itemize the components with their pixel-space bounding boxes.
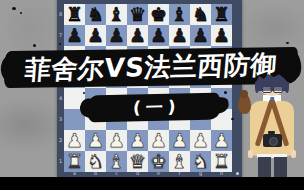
black-pawn[interactable]: ♟: [171, 25, 188, 46]
square-h2[interactable]: ♟: [211, 130, 232, 151]
white-pawn[interactable]: ♟: [150, 130, 167, 151]
black-pawn[interactable]: ♟: [192, 25, 209, 46]
square-a2[interactable]: ♟: [64, 130, 85, 151]
camera: [263, 134, 282, 147]
black-king[interactable]: ♚: [150, 4, 167, 25]
black-rook[interactable]: ♜: [213, 4, 230, 25]
square-c2[interactable]: ♟: [106, 130, 127, 151]
file-label-d: d: [127, 169, 148, 177]
black-pawn[interactable]: ♟: [87, 25, 104, 46]
black-bishop[interactable]: ♝: [171, 4, 188, 25]
square-h7[interactable]: ♟: [211, 25, 232, 46]
rank-label-1: 1: [57, 151, 64, 172]
square-c7[interactable]: ♟: [106, 25, 127, 46]
square-d7[interactable]: ♟: [127, 25, 148, 46]
file-label-h: h: [211, 169, 232, 177]
square-g2[interactable]: ♟: [190, 130, 211, 151]
bird-on-shoulder: [238, 94, 251, 114]
square-f8[interactable]: ♝: [169, 4, 190, 25]
black-bishop[interactable]: ♝: [108, 4, 125, 25]
square-e8[interactable]: ♚: [148, 4, 169, 25]
ink-speck: [33, 44, 36, 47]
mascot-leg: [258, 157, 271, 177]
file-label-g: g: [190, 169, 211, 177]
square-b2[interactable]: ♟: [85, 130, 106, 151]
ink-speck: [286, 42, 289, 44]
black-pawn[interactable]: ♟: [66, 25, 83, 46]
mascot-hand: [248, 150, 253, 158]
square-b8[interactable]: ♞: [85, 4, 106, 25]
square-e2[interactable]: ♟: [148, 130, 169, 151]
file-label-c: c: [106, 169, 127, 177]
file-labels: abcdefgh: [64, 169, 232, 177]
black-pawn[interactable]: ♟: [150, 25, 167, 46]
square-b7[interactable]: ♟: [85, 25, 106, 46]
white-pawn[interactable]: ♟: [171, 130, 188, 151]
subtitle-banner: (一): [88, 93, 221, 123]
square-g7[interactable]: ♟: [190, 25, 211, 46]
white-pawn[interactable]: ♟: [213, 130, 230, 151]
chess-board: ♜♞♝♛♚♝♞♜♟♟♟♟♟♟♟♟♟♟♟♟♟♟♟♟♜♞♝♛♚♝♞♜ 8765432…: [57, 0, 242, 177]
rank-label-8: 8: [57, 4, 64, 25]
square-c8[interactable]: ♝: [106, 4, 127, 25]
black-pawn[interactable]: ♟: [108, 25, 125, 46]
ink-speck: [20, 12, 22, 14]
file-label-f: f: [169, 169, 190, 177]
black-queen[interactable]: ♛: [129, 4, 146, 25]
chess-board-grid: ♜♞♝♛♚♝♞♜♟♟♟♟♟♟♟♟♟♟♟♟♟♟♟♟♜♞♝♛♚♝♞♜: [64, 4, 232, 172]
ink-speck: [231, 118, 234, 120]
black-pawn[interactable]: ♟: [129, 25, 146, 46]
rank-labels: 87654321: [57, 4, 64, 172]
file-label-a: a: [64, 169, 85, 177]
square-f7[interactable]: ♟: [169, 25, 190, 46]
black-knight[interactable]: ♞: [192, 4, 209, 25]
square-f2[interactable]: ♟: [169, 130, 190, 151]
mascot-hair-side: [285, 82, 289, 93]
black-rook[interactable]: ♜: [66, 4, 83, 25]
board-corner-dot: [236, 172, 239, 175]
square-d2[interactable]: ♟: [127, 130, 148, 151]
square-h8[interactable]: ♜: [211, 4, 232, 25]
glasses-bridge: [270, 88, 273, 89]
ink-speck: [83, 92, 85, 94]
white-pawn[interactable]: ♟: [129, 130, 146, 151]
video-thumbnail: ♜♞♝♛♚♝♞♜♟♟♟♟♟♟♟♟♟♟♟♟♟♟♟♟♜♞♝♛♚♝♞♜ 8765432…: [0, 0, 304, 190]
black-knight[interactable]: ♞: [87, 4, 104, 25]
black-pawn[interactable]: ♟: [213, 25, 230, 46]
ink-speck: [59, 43, 61, 45]
ink-speck: [12, 7, 16, 10]
square-g8[interactable]: ♞: [190, 4, 211, 25]
episode-number: (一): [127, 95, 181, 119]
rank-label-3: 3: [57, 109, 64, 130]
square-a7[interactable]: ♟: [64, 25, 85, 46]
white-pawn[interactable]: ♟: [108, 130, 125, 151]
white-pawn[interactable]: ♟: [192, 130, 209, 151]
square-e7[interactable]: ♟: [148, 25, 169, 46]
white-pawn[interactable]: ♟: [66, 130, 83, 151]
mascot-hair-side: [255, 82, 259, 93]
rank-label-4: 4: [57, 88, 64, 109]
square-a8[interactable]: ♜: [64, 4, 85, 25]
mascot-leg: [274, 157, 287, 177]
letterbox-bottom-bar: [0, 177, 304, 190]
square-d8[interactable]: ♛: [127, 4, 148, 25]
file-label-b: b: [85, 169, 106, 177]
file-label-e: e: [148, 169, 169, 177]
ink-speck: [224, 91, 227, 94]
rank-label-2: 2: [57, 130, 64, 151]
mascot-hand: [291, 150, 296, 158]
glasses-right-lens: [273, 86, 283, 93]
vtuber-mascot: [241, 74, 303, 177]
white-pawn[interactable]: ♟: [87, 130, 104, 151]
